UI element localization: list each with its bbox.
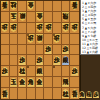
hand-piece-bishop[interactable]: 角 — [79, 91, 85, 98]
square-2-九[interactable]: 桂 — [62, 88, 71, 99]
piece-pawn-gote[interactable]: 歩 — [36, 23, 43, 32]
square-3-五[interactable] — [53, 45, 62, 56]
square-2-八[interactable]: 飛 — [62, 77, 71, 88]
piece-knight-sente[interactable]: 桂 — [62, 89, 69, 98]
piece-pawn-gote[interactable]: 歩 — [45, 23, 52, 32]
square-6-六[interactable] — [27, 55, 36, 66]
piece-stand-komadai[interactable]: 角桂歩 — [80, 55, 100, 100]
piece-pawn-sente[interactable]: 歩 — [53, 56, 60, 65]
square-8-六[interactable] — [10, 55, 19, 66]
square-5-八[interactable]: 金 — [36, 77, 45, 88]
square-5-五[interactable] — [36, 45, 45, 56]
square-6-五[interactable] — [27, 45, 36, 56]
square-9-八[interactable] — [1, 77, 10, 88]
piece-pawn-sente[interactable]: 歩 — [19, 56, 26, 65]
square-7-七[interactable]: 桂 — [18, 66, 27, 77]
square-4-三[interactable]: 歩 — [44, 23, 53, 34]
hoshi-dot — [53, 34, 55, 36]
square-6-二[interactable] — [27, 12, 36, 23]
square-1-一[interactable]: 香 — [70, 1, 79, 12]
square-1-七[interactable]: 歩 — [70, 66, 79, 77]
square-5-二[interactable]: 金 — [36, 12, 45, 23]
square-6-八[interactable]: 角 — [27, 77, 36, 88]
square-5-六[interactable]: 歩 — [36, 55, 45, 66]
square-5-三[interactable]: 歩 — [36, 23, 45, 34]
piece-pawn-sente[interactable]: 歩 — [71, 67, 78, 76]
piece-gold-gote[interactable]: 金 — [36, 12, 43, 21]
square-7-四[interactable] — [18, 34, 27, 45]
square-8-二[interactable]: 玉 — [10, 12, 19, 23]
square-9-七[interactable]: 歩 — [1, 66, 10, 77]
square-8-三[interactable]: 歩 — [10, 23, 19, 34]
piece-knight-sente[interactable]: 桂 — [19, 67, 26, 76]
square-6-九[interactable] — [27, 88, 36, 99]
square-4-五[interactable]: 歩 — [44, 45, 53, 56]
kifu-move[interactable]: 13 ▲２六銀 — [82, 50, 100, 54]
square-2-一[interactable] — [62, 1, 71, 12]
hand-piece-knight[interactable]: 桂 — [86, 91, 92, 98]
square-7-一[interactable] — [18, 1, 27, 12]
piece-gold-gote[interactable]: 金 — [27, 1, 34, 10]
square-3-一[interactable] — [53, 1, 62, 12]
square-4-七[interactable] — [44, 66, 53, 77]
piece-pawn-sente[interactable]: 歩 — [62, 45, 69, 54]
square-8-一[interactable]: 桂 — [10, 1, 19, 12]
square-8-七[interactable] — [10, 66, 19, 77]
piece-pawn-gote[interactable]: 歩 — [10, 23, 17, 32]
square-1-九[interactable]: 香 — [70, 88, 79, 99]
piece-king-gote[interactable]: 玉 — [10, 12, 17, 21]
square-5-七[interactable]: 銀 — [36, 66, 45, 77]
square-4-九[interactable] — [44, 88, 53, 99]
kifu-move-list-panel[interactable]: 1 ▲２六歩2 △３四歩3 ▲７六歩4 △４四歩5 ▲２五歩6 △２二飛7 ▲５… — [80, 0, 100, 55]
square-5-九[interactable] — [36, 88, 45, 99]
piece-silver-sente[interactable]: 銀 — [36, 67, 43, 76]
square-7-三[interactable] — [18, 23, 27, 34]
piece-pawn-gote[interactable]: 歩 — [1, 23, 8, 32]
board-grid: 香桂金香玉銀金飛歩歩歩歩歩歩歩銀歩歩歩歩歩歩銀歩桂銀歩玉金角金飛香桂香 — [1, 1, 79, 99]
piece-knight-gote[interactable]: 桂 — [10, 1, 17, 10]
sente-hand-pieces: 角桂歩 — [79, 91, 99, 98]
hoshi-dot — [27, 34, 29, 36]
square-1-四[interactable] — [70, 34, 79, 45]
piece-lance-sente[interactable]: 香 — [1, 89, 8, 98]
square-8-八[interactable]: 玉 — [10, 77, 19, 88]
square-7-九[interactable] — [18, 88, 27, 99]
square-1-三[interactable]: 歩 — [70, 23, 79, 34]
square-1-二[interactable] — [70, 12, 79, 23]
square-2-六[interactable]: 銀 — [62, 55, 71, 66]
hand-piece-pawn[interactable]: 歩 — [93, 91, 99, 98]
piece-rook-sente[interactable]: 飛 — [62, 78, 69, 87]
square-5-四[interactable]: 銀 — [36, 34, 45, 45]
square-3-六[interactable]: 歩 — [53, 55, 62, 66]
square-7-二[interactable]: 銀 — [18, 12, 27, 23]
square-4-八[interactable] — [44, 77, 53, 88]
piece-lance-gote[interactable]: 香 — [71, 1, 78, 10]
piece-gold-sente[interactable]: 金 — [36, 78, 43, 87]
piece-pawn-gote[interactable]: 歩 — [62, 23, 69, 32]
piece-lance-gote[interactable]: 香 — [1, 1, 8, 10]
square-9-六[interactable] — [1, 55, 10, 66]
square-3-九[interactable] — [53, 88, 62, 99]
square-8-九[interactable] — [10, 88, 19, 99]
square-1-六[interactable] — [70, 55, 79, 66]
square-4-六[interactable] — [44, 55, 53, 66]
square-3-二[interactable] — [53, 12, 62, 23]
square-6-一[interactable]: 金 — [27, 1, 36, 12]
square-4-一[interactable] — [44, 1, 53, 12]
square-8-四[interactable] — [10, 34, 19, 45]
square-1-八[interactable] — [70, 77, 79, 88]
piece-silver-sente[interactable]: 銀 — [62, 56, 69, 65]
piece-pawn-sente[interactable]: 歩 — [45, 45, 52, 54]
shogi-app: 香桂金香玉銀金飛歩歩歩歩歩歩歩銀歩歩歩歩歩歩銀歩桂銀歩玉金角金飛香桂香 1 ▲２… — [0, 0, 100, 100]
square-4-二[interactable] — [44, 12, 53, 23]
square-2-二[interactable]: 飛 — [62, 12, 71, 23]
square-7-六[interactable]: 歩 — [18, 55, 27, 66]
piece-king-sente[interactable]: 玉 — [10, 78, 17, 87]
piece-gold-sente[interactable]: 金 — [19, 78, 26, 87]
square-9-九[interactable]: 香 — [1, 88, 10, 99]
square-2-五[interactable]: 歩 — [62, 45, 71, 56]
square-6-三[interactable] — [27, 23, 36, 34]
piece-pawn-sente[interactable]: 歩 — [36, 56, 43, 65]
square-9-二[interactable] — [1, 12, 10, 23]
piece-pawn-sente[interactable]: 歩 — [1, 67, 8, 76]
square-2-四[interactable] — [62, 34, 71, 45]
square-1-五[interactable] — [70, 45, 79, 56]
square-7-五[interactable] — [18, 45, 27, 56]
piece-lance-sente[interactable]: 香 — [71, 89, 78, 98]
square-2-七[interactable] — [62, 66, 71, 77]
square-9-五[interactable] — [1, 45, 10, 56]
piece-rook-gote[interactable]: 飛 — [62, 12, 69, 21]
piece-bishop-sente[interactable]: 角 — [27, 78, 34, 87]
square-9-三[interactable]: 歩 — [1, 23, 10, 34]
piece-pawn-gote[interactable]: 歩 — [71, 23, 78, 32]
square-3-三[interactable] — [53, 23, 62, 34]
piece-silver-gote[interactable]: 銀 — [19, 12, 26, 21]
square-4-四[interactable] — [44, 34, 53, 45]
shogi-board[interactable]: 香桂金香玉銀金飛歩歩歩歩歩歩歩銀歩歩歩歩歩歩銀歩桂銀歩玉金角金飛香桂香 — [0, 0, 80, 100]
square-3-八[interactable] — [53, 77, 62, 88]
square-5-一[interactable] — [36, 1, 45, 12]
square-9-四[interactable] — [1, 34, 10, 45]
square-2-三[interactable]: 歩 — [62, 23, 71, 34]
square-9-一[interactable]: 香 — [1, 1, 10, 12]
piece-silver-gote[interactable]: 銀 — [36, 34, 43, 43]
square-7-八[interactable]: 金 — [18, 77, 27, 88]
square-8-五[interactable] — [10, 45, 19, 56]
